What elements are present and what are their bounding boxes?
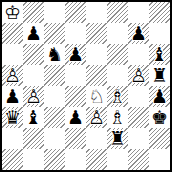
square-d1[interactable] [65,149,86,170]
square-a3[interactable]: ♛ [2,107,23,128]
square-f6[interactable] [107,44,128,65]
square-a8[interactable]: ♔ [2,2,23,23]
square-b3[interactable]: ♝ [23,107,44,128]
square-b5[interactable] [23,65,44,86]
square-g4[interactable] [128,86,149,107]
square-a7[interactable] [2,23,23,44]
square-d3[interactable]: ♟ [65,107,86,128]
square-c5[interactable] [44,65,65,86]
square-e3[interactable]: ♙ [86,107,107,128]
white-knight: ♘ [88,86,105,107]
square-g6[interactable] [128,44,149,65]
black-bishop: ♝ [151,44,168,65]
square-a6[interactable] [2,44,23,65]
square-e8[interactable] [86,2,107,23]
white-bishop: ♗ [109,107,126,128]
square-c7[interactable] [44,23,65,44]
square-b2[interactable] [23,128,44,149]
white-pawn: ♙ [88,107,105,128]
black-bishop: ♝ [25,107,42,128]
black-knight: ♞ [46,44,63,65]
square-d2[interactable] [65,128,86,149]
black-pawn: ♟ [151,86,168,107]
black-rook: ♜ [151,65,168,86]
square-f8[interactable] [107,2,128,23]
square-a2[interactable] [2,128,23,149]
square-f5[interactable] [107,65,128,86]
black-pawn: ♟ [25,23,42,44]
square-e4[interactable]: ♘ [86,86,107,107]
square-d8[interactable] [65,2,86,23]
square-b8[interactable] [23,2,44,23]
square-f3[interactable]: ♗ [107,107,128,128]
square-b4[interactable]: ♙ [23,86,44,107]
square-h8[interactable] [149,2,170,23]
square-b6[interactable] [23,44,44,65]
square-c4[interactable] [44,86,65,107]
square-c1[interactable] [44,149,65,170]
square-h5[interactable]: ♜ [149,65,170,86]
square-h1[interactable] [149,149,170,170]
square-d7[interactable] [65,23,86,44]
square-g2[interactable] [128,128,149,149]
square-e7[interactable] [86,23,107,44]
black-pawn: ♟ [130,23,147,44]
square-f7[interactable] [107,23,128,44]
black-pawn: ♟ [67,44,84,65]
white-pawn: ♙ [130,65,147,86]
square-b1[interactable] [23,149,44,170]
black-pawn: ♟ [67,107,84,128]
square-c3[interactable] [44,107,65,128]
square-f1[interactable] [107,149,128,170]
square-h2[interactable] [149,128,170,149]
black-queen: ♛ [4,107,21,128]
square-c6[interactable]: ♞ [44,44,65,65]
square-a5[interactable]: ♙ [2,65,23,86]
square-h7[interactable] [149,23,170,44]
square-h3[interactable]: ♚ [149,107,170,128]
white-king: ♔ [4,2,21,23]
square-g8[interactable] [128,2,149,23]
black-pawn: ♟ [4,86,21,107]
square-g1[interactable] [128,149,149,170]
square-g7[interactable]: ♟ [128,23,149,44]
black-king: ♚ [151,107,168,128]
square-g5[interactable]: ♙ [128,65,149,86]
white-pawn: ♙ [25,86,42,107]
square-e6[interactable] [86,44,107,65]
square-h6[interactable]: ♝ [149,44,170,65]
chess-board: ♔♟♟♞♟♝♙♙♜♟♙♘♗♟♛♝♟♙♗♚♜ [0,0,172,172]
black-rook: ♜ [109,128,126,149]
square-f4[interactable]: ♗ [107,86,128,107]
square-c2[interactable] [44,128,65,149]
square-c8[interactable] [44,2,65,23]
square-g3[interactable] [128,107,149,128]
square-e1[interactable] [86,149,107,170]
square-b7[interactable]: ♟ [23,23,44,44]
square-d4[interactable] [65,86,86,107]
square-h4[interactable]: ♟ [149,86,170,107]
board-grid: ♔♟♟♞♟♝♙♙♜♟♙♘♗♟♛♝♟♙♗♚♜ [2,2,170,170]
square-f2[interactable]: ♜ [107,128,128,149]
square-a1[interactable] [2,149,23,170]
square-a4[interactable]: ♟ [2,86,23,107]
white-pawn: ♙ [4,65,21,86]
square-d5[interactable] [65,65,86,86]
white-bishop: ♗ [109,86,126,107]
square-e2[interactable] [86,128,107,149]
square-e5[interactable] [86,65,107,86]
square-d6[interactable]: ♟ [65,44,86,65]
